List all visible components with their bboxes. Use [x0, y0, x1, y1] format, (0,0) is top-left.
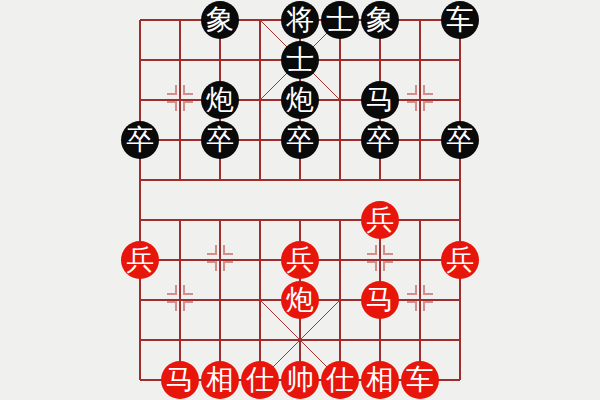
piece-red-elephant[interactable]: 相 — [201, 361, 239, 399]
piece-black-soldier[interactable]: 卒 — [121, 121, 159, 159]
point-marker — [406, 284, 434, 316]
piece-black-soldier[interactable]: 卒 — [201, 121, 239, 159]
piece-red-soldier[interactable]: 兵 — [441, 241, 479, 279]
piece-red-horse[interactable]: 马 — [161, 361, 199, 399]
piece-black-advisor[interactable]: 士 — [321, 1, 359, 39]
piece-black-cannon[interactable]: 炮 — [201, 81, 239, 119]
piece-red-general[interactable]: 帅 — [281, 361, 319, 399]
piece-black-advisor[interactable]: 士 — [281, 41, 319, 79]
point-marker — [166, 84, 194, 116]
piece-black-chariot[interactable]: 车 — [441, 1, 479, 39]
piece-black-cannon[interactable]: 炮 — [281, 81, 319, 119]
piece-black-elephant[interactable]: 象 — [361, 1, 399, 39]
xiangqi-board: 象将士象车士炮炮马卒卒卒卒卒兵兵兵兵炮马马相仕帅仕相车 — [0, 0, 600, 400]
piece-red-advisor[interactable]: 仕 — [321, 361, 359, 399]
point-marker — [166, 284, 194, 316]
piece-red-elephant[interactable]: 相 — [361, 361, 399, 399]
piece-red-cannon[interactable]: 炮 — [281, 281, 319, 319]
piece-red-chariot[interactable]: 车 — [401, 361, 439, 399]
piece-black-general[interactable]: 将 — [281, 1, 319, 39]
piece-black-soldier[interactable]: 卒 — [361, 121, 399, 159]
piece-red-soldier[interactable]: 兵 — [361, 201, 399, 239]
piece-red-soldier[interactable]: 兵 — [281, 241, 319, 279]
piece-red-soldier[interactable]: 兵 — [121, 241, 159, 279]
piece-black-soldier[interactable]: 卒 — [281, 121, 319, 159]
point-marker — [206, 244, 234, 276]
point-marker — [406, 84, 434, 116]
piece-red-horse[interactable]: 马 — [361, 281, 399, 319]
piece-red-advisor[interactable]: 仕 — [241, 361, 279, 399]
board-intersections: 象将士象车士炮炮马卒卒卒卒卒兵兵兵兵炮马马相仕帅仕相车 — [120, 0, 480, 400]
piece-black-horse[interactable]: 马 — [361, 81, 399, 119]
point-marker — [366, 244, 394, 276]
piece-black-soldier[interactable]: 卒 — [441, 121, 479, 159]
piece-black-elephant[interactable]: 象 — [201, 1, 239, 39]
